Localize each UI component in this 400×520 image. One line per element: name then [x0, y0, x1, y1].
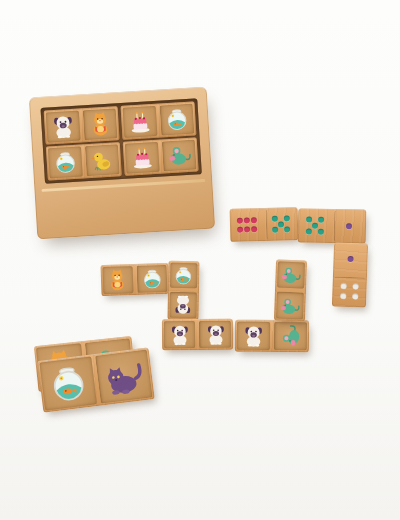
domino-fishbowl-duck[interactable] — [46, 142, 122, 180]
pip-green — [306, 217, 312, 223]
domino-mouse-mouse[interactable] — [274, 259, 307, 321]
pip-red — [237, 227, 243, 233]
domino-green-5-purple-1[interactable] — [298, 208, 367, 243]
tile-fishbowl-icon — [170, 263, 197, 288]
tile-pug-icon — [46, 111, 80, 143]
pip-red — [244, 217, 250, 223]
tile-pug-icon — [237, 322, 270, 350]
box-interior — [40, 98, 201, 183]
pip-green — [305, 229, 311, 235]
pip-green — [285, 227, 291, 233]
tile-mouse-icon — [161, 140, 196, 172]
tile-fishbowl-icon — [48, 147, 82, 179]
tile-fishbowl-icon — [39, 356, 96, 410]
tile-pug-icon — [164, 321, 195, 348]
domino-red-6-green-5[interactable] — [230, 207, 299, 242]
domino-pug-mouse[interactable] — [235, 320, 309, 353]
domino-cake-fishbowl[interactable] — [121, 101, 197, 139]
tile-fishbowl-icon — [136, 265, 167, 293]
tile-mouse-icon — [273, 322, 307, 350]
domino-cake-mouse[interactable] — [123, 137, 199, 175]
tile-cake-icon — [123, 106, 157, 138]
wooden-storage-box — [29, 87, 215, 240]
pips-purple-1 — [335, 244, 366, 273]
tile-cat-icon — [103, 266, 133, 294]
domino-pug-pug[interactable] — [162, 319, 233, 351]
domino-pug-cat[interactable] — [44, 106, 120, 144]
pip-white — [340, 293, 346, 299]
pip-green — [272, 227, 278, 233]
pips-red-6 — [232, 210, 262, 240]
pip-green — [318, 229, 324, 235]
tray-row — [46, 137, 199, 180]
tile-mouse-icon — [277, 262, 305, 289]
pip-red — [244, 227, 250, 233]
pips-purple-1 — [333, 211, 364, 242]
tile-duck-icon — [84, 144, 119, 176]
tile-purple-cat-icon — [95, 350, 153, 404]
pip-green — [284, 215, 290, 221]
pip-white — [352, 283, 358, 289]
tile-fishbowl-icon — [159, 104, 194, 136]
photo-scene — [0, 0, 400, 520]
tile-pug-icon — [170, 292, 197, 318]
pip-green — [278, 221, 284, 227]
pip-white — [341, 283, 347, 289]
pips-green-5 — [265, 209, 296, 239]
pip-green — [318, 217, 324, 223]
pip-red — [236, 217, 242, 223]
domino-purple-1-white-4[interactable] — [332, 242, 368, 307]
tile-cat-icon — [82, 108, 117, 140]
pip-white — [352, 294, 358, 300]
domino-cat-fishbowl[interactable] — [100, 263, 169, 296]
pip-green — [272, 215, 278, 221]
pip-purple — [347, 256, 353, 262]
tile-pug-icon — [199, 321, 231, 348]
box-tile-tray — [44, 101, 199, 180]
domino-fishbowl-pug[interactable] — [167, 261, 199, 321]
tile-mouse-icon — [276, 292, 304, 320]
tile-cake-icon — [125, 142, 159, 174]
pip-red — [251, 217, 257, 223]
pip-green — [312, 223, 318, 229]
pips-green-5 — [300, 210, 330, 241]
pips-white-4 — [334, 276, 365, 306]
pip-purple — [346, 223, 352, 229]
pip-red — [251, 227, 257, 233]
